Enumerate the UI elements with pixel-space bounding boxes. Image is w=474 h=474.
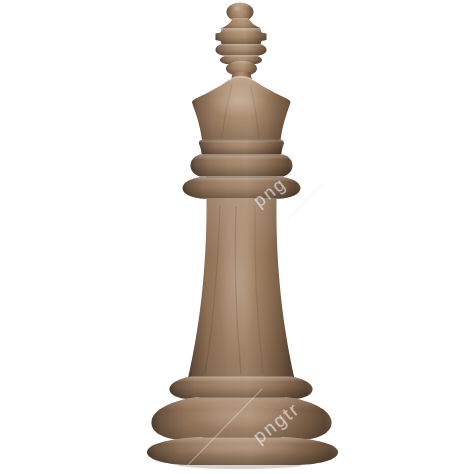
chess-king-render [0, 0, 474, 474]
crown [192, 77, 290, 140]
finial [216, 3, 267, 81]
stem [188, 198, 296, 381]
base [147, 377, 338, 466]
image-canvas: png pngtr [0, 0, 474, 474]
collar-rings [183, 140, 301, 199]
